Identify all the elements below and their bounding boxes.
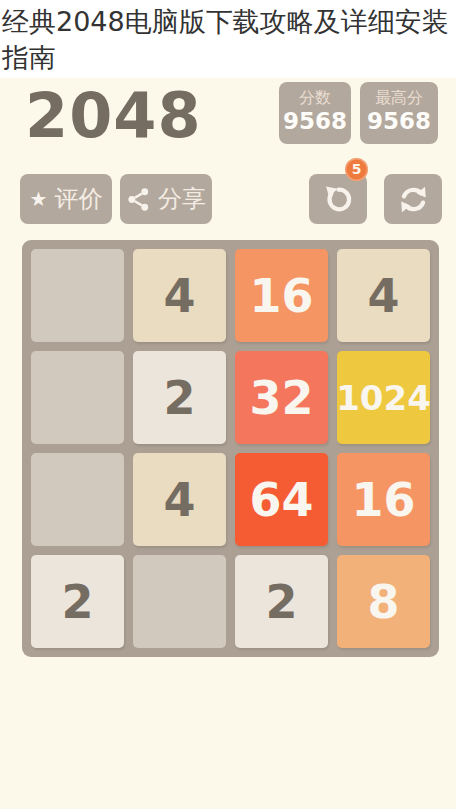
toolbar: ★ 评价 分享 5: [20, 174, 442, 224]
tile-4: 4: [337, 249, 430, 342]
tile-8: 8: [337, 555, 430, 648]
refresh-button[interactable]: [384, 174, 442, 224]
refresh-icon: [398, 184, 429, 215]
score-label: 分数: [279, 89, 351, 107]
star-icon: ★: [30, 189, 48, 209]
tile-64: 64: [235, 453, 328, 546]
empty-cell: [31, 453, 124, 546]
tile-4: 4: [133, 453, 226, 546]
undo-button[interactable]: 5: [309, 174, 367, 224]
share-button-label: 分享: [158, 183, 206, 215]
tile-16: 16: [235, 249, 328, 342]
undo-count-badge: 5: [345, 158, 368, 181]
game-area: 2048 分数 9568 最高分 9568 ★ 评价: [0, 78, 456, 809]
toolbar-left: ★ 评价 分享: [20, 174, 212, 224]
score-box: 分数 9568: [279, 82, 351, 144]
tile-4: 4: [133, 249, 226, 342]
empty-cell: [133, 555, 226, 648]
tile-2: 2: [31, 555, 124, 648]
score-value: 9568: [279, 107, 351, 135]
rate-button[interactable]: ★ 评价: [20, 174, 112, 224]
share-button[interactable]: 分享: [120, 174, 212, 224]
page-title: 经典2048电脑版下载攻略及详细安装指南: [2, 4, 454, 76]
best-score-value: 9568: [360, 107, 438, 135]
tile-2: 2: [235, 555, 328, 648]
page-title-bar: 经典2048电脑版下载攻略及详细安装指南: [0, 0, 456, 78]
best-score-label: 最高分: [360, 89, 438, 107]
toolbar-right: 5: [309, 174, 442, 224]
empty-cell: [31, 351, 124, 444]
share-icon: [126, 187, 151, 212]
logo-2048: 2048: [25, 84, 202, 148]
tile-16: 16: [337, 453, 430, 546]
rate-button-label: 评价: [54, 183, 102, 215]
tile-2: 2: [133, 351, 226, 444]
score-panel: 分数 9568 最高分 9568: [279, 82, 438, 144]
game-board[interactable]: 4164232102446416228: [22, 240, 439, 657]
tile-1024: 1024: [337, 351, 430, 444]
empty-cell: [31, 249, 124, 342]
undo-icon: [323, 184, 354, 215]
best-score-box: 最高分 9568: [360, 82, 438, 144]
game-header: 2048 分数 9568 最高分 9568: [0, 78, 456, 148]
tile-32: 32: [235, 351, 328, 444]
